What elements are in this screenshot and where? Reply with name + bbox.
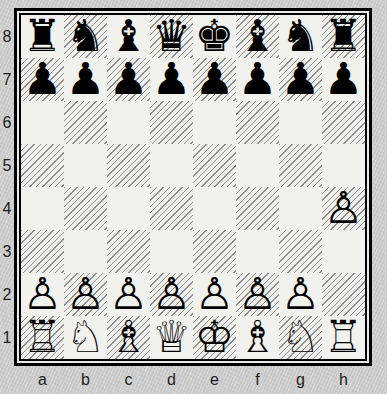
piece-white-pawn[interactable]: ♙ xyxy=(324,186,363,229)
square-d5[interactable] xyxy=(150,144,193,187)
square-a3[interactable] xyxy=(21,230,64,273)
square-a2[interactable]: ♙ xyxy=(21,273,64,316)
square-d3[interactable] xyxy=(150,230,193,273)
square-b5[interactable] xyxy=(64,144,107,187)
rank-label-5: 5 xyxy=(0,144,14,187)
piece-white-rook[interactable]: ♖ xyxy=(23,315,62,358)
square-f2[interactable]: ♙ xyxy=(236,273,279,316)
rank-label-3: 3 xyxy=(0,230,14,273)
file-labels: abcdefgh xyxy=(21,368,365,392)
rank-label-7: 7 xyxy=(0,58,14,101)
square-e1[interactable]: ♔ xyxy=(193,316,236,359)
square-a5[interactable] xyxy=(21,144,64,187)
rank-label-2: 2 xyxy=(0,273,14,316)
square-e6[interactable] xyxy=(193,101,236,144)
piece-black-knight[interactable]: ♞ xyxy=(66,14,105,57)
file-label-e: e xyxy=(193,368,236,392)
board-grid: ♜♞♝♛♚♝♞♜♟♟♟♟♟♟♟♟♙♙♙♙♙♙♙♙♖♘♗♕♔♗♘♖ xyxy=(21,15,365,359)
square-h6[interactable] xyxy=(322,101,365,144)
square-g2[interactable]: ♙ xyxy=(279,273,322,316)
square-e8[interactable]: ♚ xyxy=(193,15,236,58)
piece-white-rook[interactable]: ♖ xyxy=(324,315,363,358)
piece-white-pawn[interactable]: ♙ xyxy=(66,272,105,315)
piece-white-knight[interactable]: ♘ xyxy=(66,315,105,358)
square-h1[interactable]: ♖ xyxy=(322,316,365,359)
square-g4[interactable] xyxy=(279,187,322,230)
square-f4[interactable] xyxy=(236,187,279,230)
square-c8[interactable]: ♝ xyxy=(107,15,150,58)
file-label-h: h xyxy=(322,368,365,392)
square-d2[interactable]: ♙ xyxy=(150,273,193,316)
square-f7[interactable]: ♟ xyxy=(236,58,279,101)
piece-white-pawn[interactable]: ♙ xyxy=(195,272,234,315)
piece-white-knight[interactable]: ♘ xyxy=(281,315,320,358)
piece-white-pawn[interactable]: ♙ xyxy=(238,272,277,315)
chess-diagram: 87654321 ♜♞♝♛♚♝♞♜♟♟♟♟♟♟♟♟♙♙♙♙♙♙♙♙♖♘♗♕♔♗♘… xyxy=(0,0,387,394)
piece-white-pawn[interactable]: ♙ xyxy=(152,272,191,315)
piece-black-bishop[interactable]: ♝ xyxy=(109,14,148,57)
piece-black-pawn[interactable]: ♟ xyxy=(195,57,234,100)
square-g5[interactable] xyxy=(279,144,322,187)
square-f5[interactable] xyxy=(236,144,279,187)
square-f1[interactable]: ♗ xyxy=(236,316,279,359)
piece-white-pawn[interactable]: ♙ xyxy=(281,272,320,315)
square-g7[interactable]: ♟ xyxy=(279,58,322,101)
piece-black-rook[interactable]: ♜ xyxy=(23,14,62,57)
square-d4[interactable] xyxy=(150,187,193,230)
piece-white-pawn[interactable]: ♙ xyxy=(109,272,148,315)
piece-black-queen[interactable]: ♛ xyxy=(152,14,191,57)
square-g6[interactable] xyxy=(279,101,322,144)
piece-white-queen[interactable]: ♕ xyxy=(152,315,191,358)
piece-black-bishop[interactable]: ♝ xyxy=(238,14,277,57)
rank-label-1: 1 xyxy=(0,316,14,359)
rank-labels: 87654321 xyxy=(0,15,14,359)
square-f6[interactable] xyxy=(236,101,279,144)
chess-board: ♜♞♝♛♚♝♞♜♟♟♟♟♟♟♟♟♙♙♙♙♙♙♙♙♖♘♗♕♔♗♘♖ xyxy=(14,8,372,366)
piece-black-pawn[interactable]: ♟ xyxy=(66,57,105,100)
square-e3[interactable] xyxy=(193,230,236,273)
square-b3[interactable] xyxy=(64,230,107,273)
square-h2[interactable] xyxy=(322,273,365,316)
rank-label-8: 8 xyxy=(0,15,14,58)
piece-white-bishop[interactable]: ♗ xyxy=(238,315,277,358)
square-d1[interactable]: ♕ xyxy=(150,316,193,359)
square-c4[interactable] xyxy=(107,187,150,230)
square-e7[interactable]: ♟ xyxy=(193,58,236,101)
piece-black-pawn[interactable]: ♟ xyxy=(324,57,363,100)
piece-black-pawn[interactable]: ♟ xyxy=(109,57,148,100)
piece-black-pawn[interactable]: ♟ xyxy=(23,57,62,100)
rank-label-6: 6 xyxy=(0,101,14,144)
piece-white-king[interactable]: ♔ xyxy=(195,315,234,358)
file-label-f: f xyxy=(236,368,279,392)
square-g1[interactable]: ♘ xyxy=(279,316,322,359)
square-a6[interactable] xyxy=(21,101,64,144)
square-b2[interactable]: ♙ xyxy=(64,273,107,316)
square-h5[interactable] xyxy=(322,144,365,187)
square-b7[interactable]: ♟ xyxy=(64,58,107,101)
piece-black-pawn[interactable]: ♟ xyxy=(281,57,320,100)
rank-label-4: 4 xyxy=(0,187,14,230)
piece-black-rook[interactable]: ♜ xyxy=(324,14,363,57)
square-g8[interactable]: ♞ xyxy=(279,15,322,58)
square-d7[interactable]: ♟ xyxy=(150,58,193,101)
square-h4[interactable]: ♙ xyxy=(322,187,365,230)
square-e2[interactable]: ♙ xyxy=(193,273,236,316)
square-a1[interactable]: ♖ xyxy=(21,316,64,359)
file-label-d: d xyxy=(150,368,193,392)
square-e4[interactable] xyxy=(193,187,236,230)
square-c7[interactable]: ♟ xyxy=(107,58,150,101)
square-c6[interactable] xyxy=(107,101,150,144)
square-d6[interactable] xyxy=(150,101,193,144)
square-h3[interactable] xyxy=(322,230,365,273)
square-b8[interactable]: ♞ xyxy=(64,15,107,58)
square-h7[interactable]: ♟ xyxy=(322,58,365,101)
square-d8[interactable]: ♛ xyxy=(150,15,193,58)
board-inner-frame: ♜♞♝♛♚♝♞♜♟♟♟♟♟♟♟♟♙♙♙♙♙♙♙♙♖♘♗♕♔♗♘♖ xyxy=(19,13,367,361)
piece-black-knight[interactable]: ♞ xyxy=(281,14,320,57)
file-label-a: a xyxy=(21,368,64,392)
file-label-b: b xyxy=(64,368,107,392)
piece-white-pawn[interactable]: ♙ xyxy=(23,272,62,315)
square-a8[interactable]: ♜ xyxy=(21,15,64,58)
square-b6[interactable] xyxy=(64,101,107,144)
square-a4[interactable] xyxy=(21,187,64,230)
piece-black-pawn[interactable]: ♟ xyxy=(152,57,191,100)
piece-black-king[interactable]: ♚ xyxy=(195,14,234,57)
square-c5[interactable] xyxy=(107,144,150,187)
square-a7[interactable]: ♟ xyxy=(21,58,64,101)
square-b4[interactable] xyxy=(64,187,107,230)
piece-white-bishop[interactable]: ♗ xyxy=(109,315,148,358)
file-label-c: c xyxy=(107,368,150,392)
square-f8[interactable]: ♝ xyxy=(236,15,279,58)
file-label-g: g xyxy=(279,368,322,392)
piece-black-pawn[interactable]: ♟ xyxy=(238,57,277,100)
square-f3[interactable] xyxy=(236,230,279,273)
square-c1[interactable]: ♗ xyxy=(107,316,150,359)
square-b1[interactable]: ♘ xyxy=(64,316,107,359)
square-e5[interactable] xyxy=(193,144,236,187)
square-c2[interactable]: ♙ xyxy=(107,273,150,316)
square-g3[interactable] xyxy=(279,230,322,273)
square-h8[interactable]: ♜ xyxy=(322,15,365,58)
square-c3[interactable] xyxy=(107,230,150,273)
